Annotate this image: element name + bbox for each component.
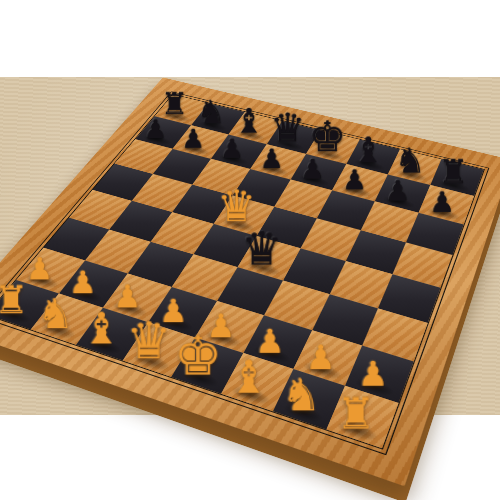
black-rook-h8[interactable]: ♜: [438, 156, 468, 189]
black-queen-e4[interactable]: ♛: [241, 226, 282, 272]
white-pawn-h2[interactable]: ♟: [357, 357, 388, 391]
black-pawn-b7[interactable]: ♟: [181, 126, 204, 152]
white-knight-g1[interactable]: ♞: [281, 372, 321, 417]
white-pawn-a2[interactable]: ♟: [26, 254, 54, 285]
board-squares-grid: ♜♞♝♛♚♝♞♜♟♟♟♟♟♟♟♟♛♛♟♟♟♟♟♟♟♟♜♞♝♛♚♝♞♜: [0, 94, 485, 450]
black-knight-g8[interactable]: ♞: [394, 144, 425, 179]
black-pawn-h7[interactable]: ♟: [429, 188, 454, 216]
black-pawn-c7[interactable]: ♟: [220, 136, 244, 163]
chessboard: ♜♞♝♛♚♝♞♜♟♟♟♟♟♟♟♟♛♛♟♟♟♟♟♟♟♟♜♞♝♛♚♝♞♜: [0, 77, 500, 486]
white-bishop-c1[interactable]: ♝: [82, 307, 121, 350]
black-pawn-g7[interactable]: ♟: [385, 177, 410, 205]
photo-background-cloth: ♜♞♝♛♚♝♞♜♟♟♟♟♟♟♟♟♛♛♟♟♟♟♟♟♟♟♜♞♝♛♚♝♞♜: [0, 77, 500, 415]
black-queen-d8[interactable]: ♛: [270, 108, 305, 147]
white-rook-a1[interactable]: ♜: [0, 281, 28, 320]
scene: ♜♞♝♛♚♝♞♜♟♟♟♟♟♟♟♟♛♛♟♟♟♟♟♟♟♟♜♞♝♛♚♝♞♜: [0, 77, 500, 415]
black-pawn-f7[interactable]: ♟: [342, 166, 367, 194]
black-pawn-d7[interactable]: ♟: [259, 146, 283, 173]
black-pawn-a7[interactable]: ♟: [144, 117, 167, 143]
black-bishop-f8[interactable]: ♝: [352, 133, 383, 168]
white-bishop-f1[interactable]: ♝: [228, 354, 269, 399]
white-knight-b1[interactable]: ♞: [37, 293, 74, 334]
white-queen-d1[interactable]: ♛: [126, 315, 172, 366]
white-king-e1[interactable]: ♚: [173, 329, 221, 383]
white-rook-h1[interactable]: ♜: [336, 392, 375, 435]
black-pawn-e7[interactable]: ♟: [300, 156, 324, 183]
black-king-e8[interactable]: ♚: [308, 116, 345, 158]
board-wooden-frame: ♜♞♝♛♚♝♞♜♟♟♟♟♟♟♟♟♛♛♟♟♟♟♟♟♟♟♜♞♝♛♚♝♞♜: [0, 77, 500, 486]
